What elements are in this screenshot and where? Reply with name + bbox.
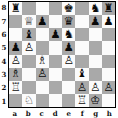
square-g1[interactable]: ♔ [89,94,102,107]
piece-white-pawn[interactable]: ♙ [24,42,34,54]
file-label-a: a [12,110,17,117]
square-g5[interactable] [89,41,102,54]
piece-white-queen[interactable]: ♕ [24,15,34,27]
piece-white-pawn[interactable]: ♙ [103,81,113,93]
square-b7[interactable]: ♕ [22,15,35,28]
chess-board[interactable]: ♜♚♞♜♕♟♛♟♟♝♟♞♟♙♟♙♗♙♗♙♝♖♙♙♙♘♖♔ [8,1,116,108]
piece-black-bishop[interactable]: ♝ [77,68,87,80]
piece-white-pawn[interactable]: ♙ [63,55,73,67]
square-a8[interactable]: ♜ [9,2,22,15]
file-label-g: g [93,110,98,117]
file-label-b: b [26,110,31,117]
rank-label-2: 2 [2,84,7,91]
square-g8[interactable]: ♞ [89,2,102,15]
piece-black-queen[interactable]: ♛ [63,15,73,27]
square-c8[interactable] [36,2,49,15]
piece-white-king[interactable]: ♔ [90,94,100,106]
square-e7[interactable]: ♛ [62,15,75,28]
square-e6[interactable]: ♞ [62,28,75,41]
square-h7[interactable]: ♟ [102,15,115,28]
piece-white-pawn[interactable]: ♙ [90,81,100,93]
piece-black-pawn[interactable]: ♟ [90,15,100,27]
rank-labels: 87654321 [0,1,8,108]
piece-white-pawn[interactable]: ♙ [37,68,47,80]
file-label-h: h [107,110,112,117]
file-label-c: c [40,110,44,117]
square-f6[interactable] [75,28,88,41]
square-g6[interactable] [89,28,102,41]
square-c3[interactable]: ♙ [36,68,49,81]
piece-black-pawn[interactable]: ♟ [103,15,113,27]
square-a7[interactable] [9,15,22,28]
piece-black-pawn[interactable]: ♟ [50,29,60,41]
square-c2[interactable] [36,81,49,94]
square-h3[interactable] [102,68,115,81]
square-g4[interactable] [89,55,102,68]
square-a3[interactable]: ♗ [9,68,22,81]
square-c7[interactable]: ♟ [36,15,49,28]
square-d1[interactable] [49,94,62,107]
square-f8[interactable] [75,2,88,15]
piece-black-knight[interactable]: ♞ [90,2,100,14]
square-e8[interactable]: ♚ [62,2,75,15]
square-h1[interactable] [102,94,115,107]
piece-white-rook[interactable]: ♖ [10,81,20,93]
square-c5[interactable] [36,41,49,54]
square-d6[interactable]: ♟ [49,28,62,41]
square-a4[interactable]: ♙ [9,55,22,68]
square-d5[interactable] [49,41,62,54]
square-e4[interactable]: ♙ [62,55,75,68]
square-b5[interactable]: ♙ [22,41,35,54]
square-b4[interactable] [22,55,35,68]
rank-label-3: 3 [2,71,7,78]
square-d7[interactable] [49,15,62,28]
rank-label-1: 1 [2,98,7,105]
file-label-d: d [53,110,58,117]
square-h6[interactable] [102,28,115,41]
corner-spacer [0,108,8,118]
square-h5[interactable] [102,41,115,54]
square-b6[interactable]: ♝ [22,28,35,41]
piece-white-rook[interactable]: ♖ [77,94,87,106]
square-e2[interactable] [62,81,75,94]
piece-white-knight[interactable]: ♘ [24,94,34,106]
square-a6[interactable] [9,28,22,41]
piece-black-pawn[interactable]: ♟ [63,42,73,54]
file-label-f: f [81,110,84,117]
piece-black-bishop[interactable]: ♝ [24,29,34,41]
square-a2[interactable]: ♖ [9,81,22,94]
square-f7[interactable] [75,15,88,28]
file-labels: abcdefgh [8,108,116,118]
square-f3[interactable]: ♝ [75,68,88,81]
square-c4[interactable]: ♗ [36,55,49,68]
square-e3[interactable] [62,68,75,81]
piece-white-bishop[interactable]: ♗ [10,68,20,80]
square-h4[interactable] [102,55,115,68]
square-g2[interactable]: ♙ [89,81,102,94]
square-g7[interactable]: ♟ [89,15,102,28]
piece-black-knight[interactable]: ♞ [63,29,73,41]
piece-black-pawn[interactable]: ♟ [37,15,47,27]
square-b3[interactable] [22,68,35,81]
square-c1[interactable] [36,94,49,107]
piece-black-pawn[interactable]: ♟ [10,42,20,54]
square-c6[interactable] [36,28,49,41]
rank-label-6: 6 [2,31,7,38]
rank-label-5: 5 [2,44,7,51]
square-a5[interactable]: ♟ [9,41,22,54]
square-f5[interactable] [75,41,88,54]
piece-white-pawn[interactable]: ♙ [10,55,20,67]
file-label-e: e [67,110,71,117]
square-f4[interactable] [75,55,88,68]
square-g3[interactable] [89,68,102,81]
square-e5[interactable]: ♟ [62,41,75,54]
square-h8[interactable]: ♜ [102,2,115,15]
square-h2[interactable]: ♙ [102,81,115,94]
chess-diagram: 87654321 ♜♚♞♜♕♟♛♟♟♝♟♞♟♙♟♙♗♙♗♙♝♖♙♙♙♘♖♔ ab… [0,0,118,118]
square-a1[interactable] [9,94,22,107]
square-f1[interactable]: ♖ [75,94,88,107]
piece-black-rook[interactable]: ♜ [10,2,20,14]
square-d8[interactable] [49,2,62,15]
rank-label-4: 4 [2,58,7,65]
square-e1[interactable] [62,94,75,107]
piece-white-bishop[interactable]: ♗ [37,55,47,67]
square-d4[interactable] [49,55,62,68]
square-b8[interactable] [22,2,35,15]
rank-label-8: 8 [2,4,7,11]
square-b2[interactable] [22,81,35,94]
square-b1[interactable]: ♘ [22,94,35,107]
rank-label-7: 7 [2,18,7,25]
square-d3[interactable] [49,68,62,81]
piece-black-king[interactable]: ♚ [63,2,73,14]
piece-black-rook[interactable]: ♜ [103,2,113,14]
square-d2[interactable] [49,81,62,94]
square-f2[interactable]: ♙ [75,81,88,94]
piece-white-pawn[interactable]: ♙ [77,81,87,93]
